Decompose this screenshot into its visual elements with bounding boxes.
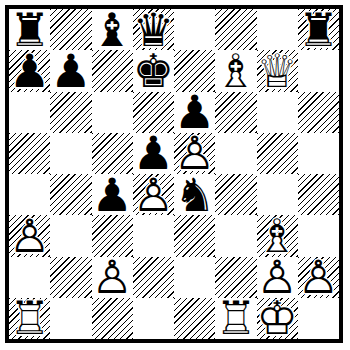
piece-halo-d5: ♟ bbox=[133, 133, 174, 174]
square-f5[interactable] bbox=[215, 133, 256, 174]
square-e2[interactable] bbox=[174, 257, 215, 298]
square-a7[interactable]: ♟♟ bbox=[9, 50, 50, 91]
square-f3[interactable] bbox=[215, 215, 256, 256]
piece-bb-c8: ♝ bbox=[92, 9, 133, 50]
square-h1[interactable] bbox=[298, 298, 339, 339]
square-g4[interactable] bbox=[257, 174, 298, 215]
square-e8[interactable] bbox=[174, 9, 215, 50]
piece-halo-g7: ♛ bbox=[257, 50, 298, 91]
piece-wp-c2: ♙ bbox=[92, 257, 133, 298]
square-d1[interactable] bbox=[133, 298, 174, 339]
square-e5[interactable]: ♟♙ bbox=[174, 133, 215, 174]
piece-wk-g1: ♔ bbox=[257, 298, 298, 339]
piece-wp-a3: ♙ bbox=[9, 215, 50, 256]
square-b3[interactable] bbox=[50, 215, 91, 256]
square-e3[interactable] bbox=[174, 215, 215, 256]
square-a1[interactable]: ♜♖ bbox=[9, 298, 50, 339]
piece-halo-f7: ♝ bbox=[215, 50, 256, 91]
piece-bk-d7: ♚ bbox=[133, 50, 174, 91]
piece-wp-g2: ♙ bbox=[257, 257, 298, 298]
square-f8[interactable] bbox=[215, 9, 256, 50]
piece-bp-d5: ♟ bbox=[133, 133, 174, 174]
square-h6[interactable] bbox=[298, 92, 339, 133]
piece-halo-d4: ♟ bbox=[133, 174, 174, 215]
piece-br-a8: ♜ bbox=[9, 9, 50, 50]
piece-halo-b7: ♟ bbox=[50, 50, 91, 91]
square-g3[interactable]: ♝♗ bbox=[257, 215, 298, 256]
square-d3[interactable] bbox=[133, 215, 174, 256]
piece-halo-a3: ♟ bbox=[9, 215, 50, 256]
piece-br-h8: ♜ bbox=[298, 9, 339, 50]
piece-bp-c4: ♟ bbox=[92, 174, 133, 215]
square-f7[interactable]: ♝♗ bbox=[215, 50, 256, 91]
square-a8[interactable]: ♜♜ bbox=[9, 9, 50, 50]
square-h4[interactable] bbox=[298, 174, 339, 215]
square-h2[interactable]: ♟♙ bbox=[298, 257, 339, 298]
piece-bq-d8: ♛ bbox=[133, 9, 174, 50]
square-g6[interactable] bbox=[257, 92, 298, 133]
square-h8[interactable]: ♜♜ bbox=[298, 9, 339, 50]
piece-halo-e5: ♟ bbox=[174, 133, 215, 174]
square-c3[interactable] bbox=[92, 215, 133, 256]
square-d7[interactable]: ♚♚ bbox=[133, 50, 174, 91]
square-c2[interactable]: ♟♙ bbox=[92, 257, 133, 298]
piece-halo-c2: ♟ bbox=[92, 257, 133, 298]
square-h3[interactable] bbox=[298, 215, 339, 256]
piece-wp-e5: ♙ bbox=[174, 133, 215, 174]
square-d6[interactable] bbox=[133, 92, 174, 133]
piece-halo-c4: ♟ bbox=[92, 174, 133, 215]
piece-wr-a1: ♖ bbox=[9, 298, 50, 339]
piece-halo-e6: ♟ bbox=[174, 92, 215, 133]
piece-halo-f1: ♜ bbox=[215, 298, 256, 339]
square-f4[interactable] bbox=[215, 174, 256, 215]
square-g2[interactable]: ♟♙ bbox=[257, 257, 298, 298]
square-c5[interactable] bbox=[92, 133, 133, 174]
square-g8[interactable] bbox=[257, 9, 298, 50]
square-g5[interactable] bbox=[257, 133, 298, 174]
square-b2[interactable] bbox=[50, 257, 91, 298]
piece-bn-e4: ♞ bbox=[174, 174, 215, 215]
piece-halo-g2: ♟ bbox=[257, 257, 298, 298]
square-c8[interactable]: ♝♝ bbox=[92, 9, 133, 50]
piece-halo-a8: ♜ bbox=[9, 9, 50, 50]
square-e4[interactable]: ♞♞ bbox=[174, 174, 215, 215]
square-d4[interactable]: ♟♙ bbox=[133, 174, 174, 215]
piece-halo-g1: ♚ bbox=[257, 298, 298, 339]
piece-halo-h2: ♟ bbox=[298, 257, 339, 298]
piece-wp-h2: ♙ bbox=[298, 257, 339, 298]
piece-halo-g3: ♝ bbox=[257, 215, 298, 256]
chessboard-container: ♜♜♝♝♛♛♜♜♟♟♟♟♚♚♝♗♛♕♟♟♟♟♟♙♟♟♟♙♞♞♟♙♝♗♟♙♟♙♟♙… bbox=[5, 5, 343, 343]
square-b7[interactable]: ♟♟ bbox=[50, 50, 91, 91]
square-a5[interactable] bbox=[9, 133, 50, 174]
square-f6[interactable] bbox=[215, 92, 256, 133]
square-c6[interactable] bbox=[92, 92, 133, 133]
square-f1[interactable]: ♜♖ bbox=[215, 298, 256, 339]
piece-halo-e4: ♞ bbox=[174, 174, 215, 215]
piece-bp-e6: ♟ bbox=[174, 92, 215, 133]
square-b1[interactable] bbox=[50, 298, 91, 339]
square-b8[interactable] bbox=[50, 9, 91, 50]
square-d5[interactable]: ♟♟ bbox=[133, 133, 174, 174]
square-b5[interactable] bbox=[50, 133, 91, 174]
square-g1[interactable]: ♚♔ bbox=[257, 298, 298, 339]
piece-halo-d8: ♛ bbox=[133, 9, 174, 50]
piece-halo-a7: ♟ bbox=[9, 50, 50, 91]
square-f2[interactable] bbox=[215, 257, 256, 298]
piece-wr-f1: ♖ bbox=[215, 298, 256, 339]
piece-halo-a1: ♜ bbox=[9, 298, 50, 339]
square-a2[interactable] bbox=[9, 257, 50, 298]
square-e6[interactable]: ♟♟ bbox=[174, 92, 215, 133]
square-d8[interactable]: ♛♛ bbox=[133, 9, 174, 50]
square-e1[interactable] bbox=[174, 298, 215, 339]
piece-halo-h8: ♜ bbox=[298, 9, 339, 50]
square-h5[interactable] bbox=[298, 133, 339, 174]
square-b4[interactable] bbox=[50, 174, 91, 215]
square-h7[interactable] bbox=[298, 50, 339, 91]
piece-halo-c8: ♝ bbox=[92, 9, 133, 50]
square-d2[interactable] bbox=[133, 257, 174, 298]
square-c1[interactable] bbox=[92, 298, 133, 339]
piece-bp-b7: ♟ bbox=[50, 50, 91, 91]
piece-wb-g3: ♗ bbox=[257, 215, 298, 256]
square-b6[interactable] bbox=[50, 92, 91, 133]
piece-halo-d7: ♚ bbox=[133, 50, 174, 91]
square-c4[interactable]: ♟♟ bbox=[92, 174, 133, 215]
piece-wb-f7: ♗ bbox=[215, 50, 256, 91]
piece-wp-d4: ♙ bbox=[133, 174, 174, 215]
square-g7[interactable]: ♛♕ bbox=[257, 50, 298, 91]
square-e7[interactable] bbox=[174, 50, 215, 91]
square-a4[interactable] bbox=[9, 174, 50, 215]
square-a3[interactable]: ♟♙ bbox=[9, 215, 50, 256]
square-a6[interactable] bbox=[9, 92, 50, 133]
square-c7[interactable] bbox=[92, 50, 133, 91]
piece-wq-g7: ♕ bbox=[257, 50, 298, 91]
piece-bp-a7: ♟ bbox=[9, 50, 50, 91]
chessboard: ♜♜♝♝♛♛♜♜♟♟♟♟♚♚♝♗♛♕♟♟♟♟♟♙♟♟♟♙♞♞♟♙♝♗♟♙♟♙♟♙… bbox=[5, 5, 343, 343]
